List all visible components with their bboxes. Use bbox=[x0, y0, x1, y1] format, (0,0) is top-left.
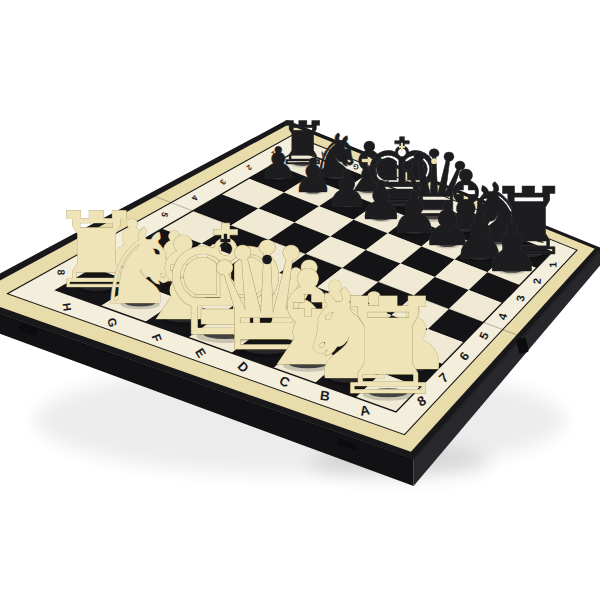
white-rook: ♜ bbox=[328, 269, 447, 424]
piece-glyph: ♟ bbox=[482, 210, 541, 287]
chess-set-photo: Folding plastic chess set photographed a… bbox=[0, 0, 600, 600]
black-pawn: ♟ bbox=[482, 210, 541, 287]
piece-glyph: ♜ bbox=[328, 269, 447, 424]
chessboard: HHGGFFEEDDCCBBAA1122334455667788♜♞♟♝♟♚♟♛… bbox=[0, 0, 600, 600]
